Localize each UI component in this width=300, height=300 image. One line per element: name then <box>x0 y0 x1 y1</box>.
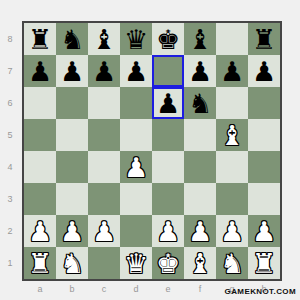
square-h6[interactable] <box>248 87 280 119</box>
square-c8[interactable]: ♝ <box>88 23 120 55</box>
white-queen-d1[interactable]: ♛ <box>120 247 152 279</box>
square-e5[interactable] <box>152 119 184 151</box>
square-a8[interactable]: ♜ <box>24 23 56 55</box>
rank-label-2: 2 <box>0 215 20 247</box>
square-c7[interactable]: ♟ <box>88 55 120 87</box>
white-pawn-c2[interactable]: ♟ <box>88 215 120 247</box>
rank-label-7: 7 <box>0 55 20 87</box>
square-h2[interactable]: ♟ <box>248 215 280 247</box>
square-h4[interactable] <box>248 151 280 183</box>
square-g6[interactable] <box>216 87 248 119</box>
square-d4[interactable]: ♟ <box>120 151 152 183</box>
black-king-e8[interactable]: ♚ <box>152 23 184 55</box>
black-pawn-d7[interactable]: ♟ <box>120 55 152 87</box>
square-d8[interactable]: ♛ <box>120 23 152 55</box>
square-h8[interactable]: ♜ <box>248 23 280 55</box>
file-label-e: e <box>152 282 184 295</box>
white-pawn-h2[interactable]: ♟ <box>248 215 280 247</box>
white-knight-g1[interactable]: ♞ <box>216 247 248 279</box>
black-pawn-f7[interactable]: ♟ <box>184 55 216 87</box>
square-h5[interactable] <box>248 119 280 151</box>
square-d7[interactable]: ♟ <box>120 55 152 87</box>
square-e7[interactable] <box>152 55 184 87</box>
black-pawn-c7[interactable]: ♟ <box>88 55 120 87</box>
square-c4[interactable] <box>88 151 120 183</box>
black-rook-h8[interactable]: ♜ <box>248 23 280 55</box>
black-pawn-e6[interactable]: ♟ <box>152 87 184 119</box>
rank-label-8: 8 <box>0 23 20 55</box>
square-f4[interactable] <box>184 151 216 183</box>
square-h7[interactable]: ♟ <box>248 55 280 87</box>
page: 87654321 ♜♞♝♛♚♝♜♟♟♟♟♟♟♟♟♞♝♟♟♟♟♟♟♟♟♜♞♛♚♝♞… <box>0 0 300 300</box>
square-f1[interactable]: ♝ <box>184 247 216 279</box>
square-g5[interactable]: ♝ <box>216 119 248 151</box>
square-a4[interactable] <box>24 151 56 183</box>
square-b3[interactable] <box>56 183 88 215</box>
board-frame: ♜♞♝♛♚♝♜♟♟♟♟♟♟♟♟♞♝♟♟♟♟♟♟♟♟♜♞♛♚♝♞♜ <box>22 21 282 281</box>
rank-label-5: 5 <box>0 119 20 151</box>
square-g2[interactable]: ♟ <box>216 215 248 247</box>
black-bishop-f8[interactable]: ♝ <box>184 23 216 55</box>
square-g1[interactable]: ♞ <box>216 247 248 279</box>
square-g8[interactable] <box>216 23 248 55</box>
white-pawn-f2[interactable]: ♟ <box>184 215 216 247</box>
square-f3[interactable] <box>184 183 216 215</box>
rank-label-1: 1 <box>0 247 20 279</box>
square-e6[interactable]: ♟ <box>152 87 184 119</box>
rank-label-3: 3 <box>0 183 20 215</box>
square-e8[interactable]: ♚ <box>152 23 184 55</box>
square-c6[interactable] <box>88 87 120 119</box>
white-bishop-f1[interactable]: ♝ <box>184 247 216 279</box>
file-label-c: c <box>88 282 120 295</box>
white-king-e1[interactable]: ♚ <box>152 247 184 279</box>
square-b1[interactable]: ♞ <box>56 247 88 279</box>
rank-labels: 87654321 <box>0 23 20 279</box>
square-a1[interactable]: ♜ <box>24 247 56 279</box>
black-pawn-h7[interactable]: ♟ <box>248 55 280 87</box>
square-d3[interactable] <box>120 183 152 215</box>
square-f2[interactable]: ♟ <box>184 215 216 247</box>
square-h1[interactable]: ♜ <box>248 247 280 279</box>
square-g4[interactable] <box>216 151 248 183</box>
chess-board[interactable]: ♜♞♝♛♚♝♜♟♟♟♟♟♟♟♟♞♝♟♟♟♟♟♟♟♟♜♞♛♚♝♞♜ <box>24 23 280 279</box>
square-a7[interactable]: ♟ <box>24 55 56 87</box>
square-a5[interactable] <box>24 119 56 151</box>
square-a3[interactable] <box>24 183 56 215</box>
file-label-f: f <box>184 282 216 295</box>
square-c5[interactable] <box>88 119 120 151</box>
white-pawn-b2[interactable]: ♟ <box>56 215 88 247</box>
square-h3[interactable] <box>248 183 280 215</box>
white-pawn-d4[interactable]: ♟ <box>120 151 152 183</box>
rank-label-6: 6 <box>0 87 20 119</box>
square-b8[interactable]: ♞ <box>56 23 88 55</box>
square-d1[interactable]: ♛ <box>120 247 152 279</box>
square-d6[interactable] <box>120 87 152 119</box>
file-label-d: d <box>120 282 152 295</box>
square-f8[interactable]: ♝ <box>184 23 216 55</box>
square-b7[interactable]: ♟ <box>56 55 88 87</box>
file-label-a: a <box>24 282 56 295</box>
square-f6[interactable]: ♞ <box>184 87 216 119</box>
square-b4[interactable] <box>56 151 88 183</box>
white-pawn-a2[interactable]: ♟ <box>24 215 56 247</box>
square-e2[interactable]: ♟ <box>152 215 184 247</box>
black-pawn-a7[interactable]: ♟ <box>24 55 56 87</box>
square-f5[interactable] <box>184 119 216 151</box>
square-b6[interactable] <box>56 87 88 119</box>
square-d5[interactable] <box>120 119 152 151</box>
square-e4[interactable] <box>152 151 184 183</box>
black-knight-b8[interactable]: ♞ <box>56 23 88 55</box>
rank-label-4: 4 <box>0 151 20 183</box>
black-bishop-c8[interactable]: ♝ <box>88 23 120 55</box>
square-e1[interactable]: ♚ <box>152 247 184 279</box>
white-pawn-g2[interactable]: ♟ <box>216 215 248 247</box>
square-f7[interactable]: ♟ <box>184 55 216 87</box>
square-g7[interactable]: ♟ <box>216 55 248 87</box>
square-c2[interactable]: ♟ <box>88 215 120 247</box>
square-c3[interactable] <box>88 183 120 215</box>
black-pawn-g7[interactable]: ♟ <box>216 55 248 87</box>
square-b5[interactable] <box>56 119 88 151</box>
square-g3[interactable] <box>216 183 248 215</box>
square-a2[interactable]: ♟ <box>24 215 56 247</box>
file-label-b: b <box>56 282 88 295</box>
white-pawn-e2[interactable]: ♟ <box>152 215 184 247</box>
white-knight-b1[interactable]: ♞ <box>56 247 88 279</box>
site-watermark: GAMEKNOT.COM <box>225 287 296 296</box>
white-rook-h1[interactable]: ♜ <box>248 247 280 279</box>
square-c1[interactable] <box>88 247 120 279</box>
square-d2[interactable] <box>120 215 152 247</box>
white-bishop-g5[interactable]: ♝ <box>216 119 248 151</box>
black-rook-a8[interactable]: ♜ <box>24 23 56 55</box>
square-b2[interactable]: ♟ <box>56 215 88 247</box>
black-queen-d8[interactable]: ♛ <box>120 23 152 55</box>
square-e3[interactable] <box>152 183 184 215</box>
square-a6[interactable] <box>24 87 56 119</box>
black-knight-f6[interactable]: ♞ <box>184 87 216 119</box>
black-pawn-b7[interactable]: ♟ <box>56 55 88 87</box>
white-rook-a1[interactable]: ♜ <box>24 247 56 279</box>
